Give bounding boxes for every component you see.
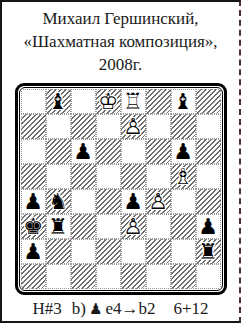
square-c5 <box>71 164 96 189</box>
square-d8: ♚♔ <box>96 89 121 114</box>
square-f5 <box>146 164 171 189</box>
square-f1 <box>146 264 171 289</box>
square-f2 <box>146 239 171 264</box>
square-c7 <box>71 114 96 139</box>
square-g5: ♝♗ <box>171 164 196 189</box>
white-pawn-e7: ♟♙ <box>123 116 143 138</box>
square-h7 <box>196 114 221 139</box>
black-pawn-c6: ♟♟ <box>73 141 93 163</box>
square-f6 <box>146 139 171 164</box>
white-pawn-e3: ♟♙ <box>123 216 143 238</box>
piece-glyph: ♝ <box>48 89 68 114</box>
publication-year: 2008г. <box>2 53 239 76</box>
square-h1 <box>196 264 221 289</box>
square-a1 <box>21 264 46 289</box>
stipulation-label: H#3 <box>32 299 61 319</box>
square-f8 <box>146 89 171 114</box>
piece-glyph: ♟ <box>23 239 43 264</box>
square-c4 <box>71 189 96 214</box>
piece-glyph: ♟ <box>123 189 143 214</box>
square-e7: ♟♙ <box>121 114 146 139</box>
square-a8 <box>21 89 46 114</box>
square-a5 <box>21 164 46 189</box>
square-h3: ♟♟ <box>196 214 221 239</box>
square-c3 <box>71 214 96 239</box>
board-outer-border: ♝♝♚♔♜♖♝♝♟♙♟♟♟♟♝♗♟♟♞♞♟♟♟♙♚♚♜♜♟♙♟♟♟♟♜♜ <box>15 83 227 295</box>
piece-glyph: ♝ <box>173 89 193 114</box>
square-g3 <box>171 214 196 239</box>
square-e6 <box>121 139 146 164</box>
square-b3: ♜♜ <box>46 214 71 239</box>
square-g8: ♝♝ <box>171 89 196 114</box>
square-h5 <box>196 164 221 189</box>
square-e8: ♜♖ <box>121 89 146 114</box>
piece-glyph: ♜ <box>48 214 68 239</box>
square-h4 <box>196 189 221 214</box>
square-b5 <box>46 164 71 189</box>
piece-glyph: ♚ <box>23 214 43 239</box>
square-b6 <box>46 139 71 164</box>
black-rook-h2: ♜♜ <box>198 241 218 263</box>
square-b4: ♞♞ <box>46 189 71 214</box>
square-g1 <box>171 264 196 289</box>
square-d4 <box>96 189 121 214</box>
chess-board: ♝♝♚♔♜♖♝♝♟♙♟♟♟♟♝♗♟♟♞♞♟♟♟♙♚♚♜♜♟♙♟♟♟♟♜♜ <box>15 83 227 295</box>
piece-glyph: ♗ <box>173 164 193 189</box>
piece-glyph: ♔ <box>98 89 118 114</box>
square-b7 <box>46 114 71 139</box>
square-a2: ♟♟ <box>21 239 46 264</box>
square-e5 <box>121 164 146 189</box>
piece-glyph: ♟ <box>23 189 43 214</box>
square-d1 <box>96 264 121 289</box>
piece-glyph: ♙ <box>123 114 143 139</box>
square-e1 <box>121 264 146 289</box>
title-block: Михаил Гершинский, «Шахматная композиция… <box>2 7 239 76</box>
white-rook-e8: ♜♖ <box>123 91 143 113</box>
black-pawn-a4: ♟♟ <box>23 191 43 213</box>
square-e2 <box>121 239 146 264</box>
piece-glyph: ♟ <box>73 139 93 164</box>
piece-glyph: ♟ <box>198 214 218 239</box>
square-g7 <box>171 114 196 139</box>
square-c6: ♟♟ <box>71 139 96 164</box>
square-d3 <box>96 214 121 239</box>
caption: H#3 b) ♟ e4→b2 6+12 <box>2 299 239 319</box>
square-g6: ♟♟ <box>171 139 196 164</box>
square-d2 <box>96 239 121 264</box>
author-name: Михаил Гершинский, <box>2 7 239 30</box>
black-pawn-a2: ♟♟ <box>23 241 43 263</box>
piece-glyph: ♖ <box>123 89 143 114</box>
square-d6 <box>96 139 121 164</box>
square-a6 <box>21 139 46 164</box>
square-d5 <box>96 164 121 189</box>
piece-glyph: ♜ <box>198 239 218 264</box>
square-a4: ♟♟ <box>21 189 46 214</box>
square-f7 <box>146 114 171 139</box>
board-inner-border: ♝♝♚♔♜♖♝♝♟♙♟♟♟♟♝♗♟♟♞♞♟♟♟♙♚♚♜♜♟♙♟♟♟♟♜♜ <box>19 87 223 291</box>
square-b8: ♝♝ <box>46 89 71 114</box>
black-rook-b3: ♜♜ <box>48 216 68 238</box>
black-pawn-g6: ♟♟ <box>173 141 193 163</box>
square-a3: ♚♚ <box>21 214 46 239</box>
square-g2 <box>171 239 196 264</box>
square-c2 <box>71 239 96 264</box>
piece-glyph: ♙ <box>123 214 143 239</box>
square-b2 <box>46 239 71 264</box>
square-a7 <box>21 114 46 139</box>
board-grid: ♝♝♚♔♜♖♝♝♟♙♟♟♟♟♝♗♟♟♞♞♟♟♟♙♚♚♜♜♟♙♟♟♟♟♜♜ <box>21 89 221 289</box>
square-f3 <box>146 214 171 239</box>
square-c8 <box>71 89 96 114</box>
square-d7 <box>96 114 121 139</box>
white-pawn-f4: ♟♙ <box>148 191 168 213</box>
white-king-d8: ♚♔ <box>98 91 118 113</box>
black-king-a3: ♚♚ <box>23 216 43 238</box>
twin-move-label: e4→b2 <box>105 299 155 319</box>
square-h2: ♜♜ <box>196 239 221 264</box>
square-e3: ♟♙ <box>121 214 146 239</box>
square-f4: ♟♙ <box>146 189 171 214</box>
composition-card: Михаил Гершинский, «Шахматная композиция… <box>0 0 241 323</box>
square-h8 <box>196 89 221 114</box>
black-pawn-h3: ♟♟ <box>198 216 218 238</box>
black-pawn-icon: ♟ <box>89 300 102 318</box>
square-e4: ♟♟ <box>121 189 146 214</box>
twin-label: b) <box>72 299 86 319</box>
material-count: 6+12 <box>173 299 208 319</box>
square-c1 <box>71 264 96 289</box>
black-knight-b4: ♞♞ <box>48 191 68 213</box>
piece-glyph: ♙ <box>148 189 168 214</box>
source-name: «Шахматная композиция», <box>2 30 239 53</box>
white-bishop-g5: ♝♗ <box>173 166 193 188</box>
square-g4 <box>171 189 196 214</box>
piece-glyph: ♟ <box>173 139 193 164</box>
black-pawn-e4: ♟♟ <box>123 191 143 213</box>
square-h6 <box>196 139 221 164</box>
black-bishop-b8: ♝♝ <box>48 91 68 113</box>
black-bishop-g8: ♝♝ <box>173 91 193 113</box>
piece-glyph: ♞ <box>48 189 68 214</box>
square-b1 <box>46 264 71 289</box>
